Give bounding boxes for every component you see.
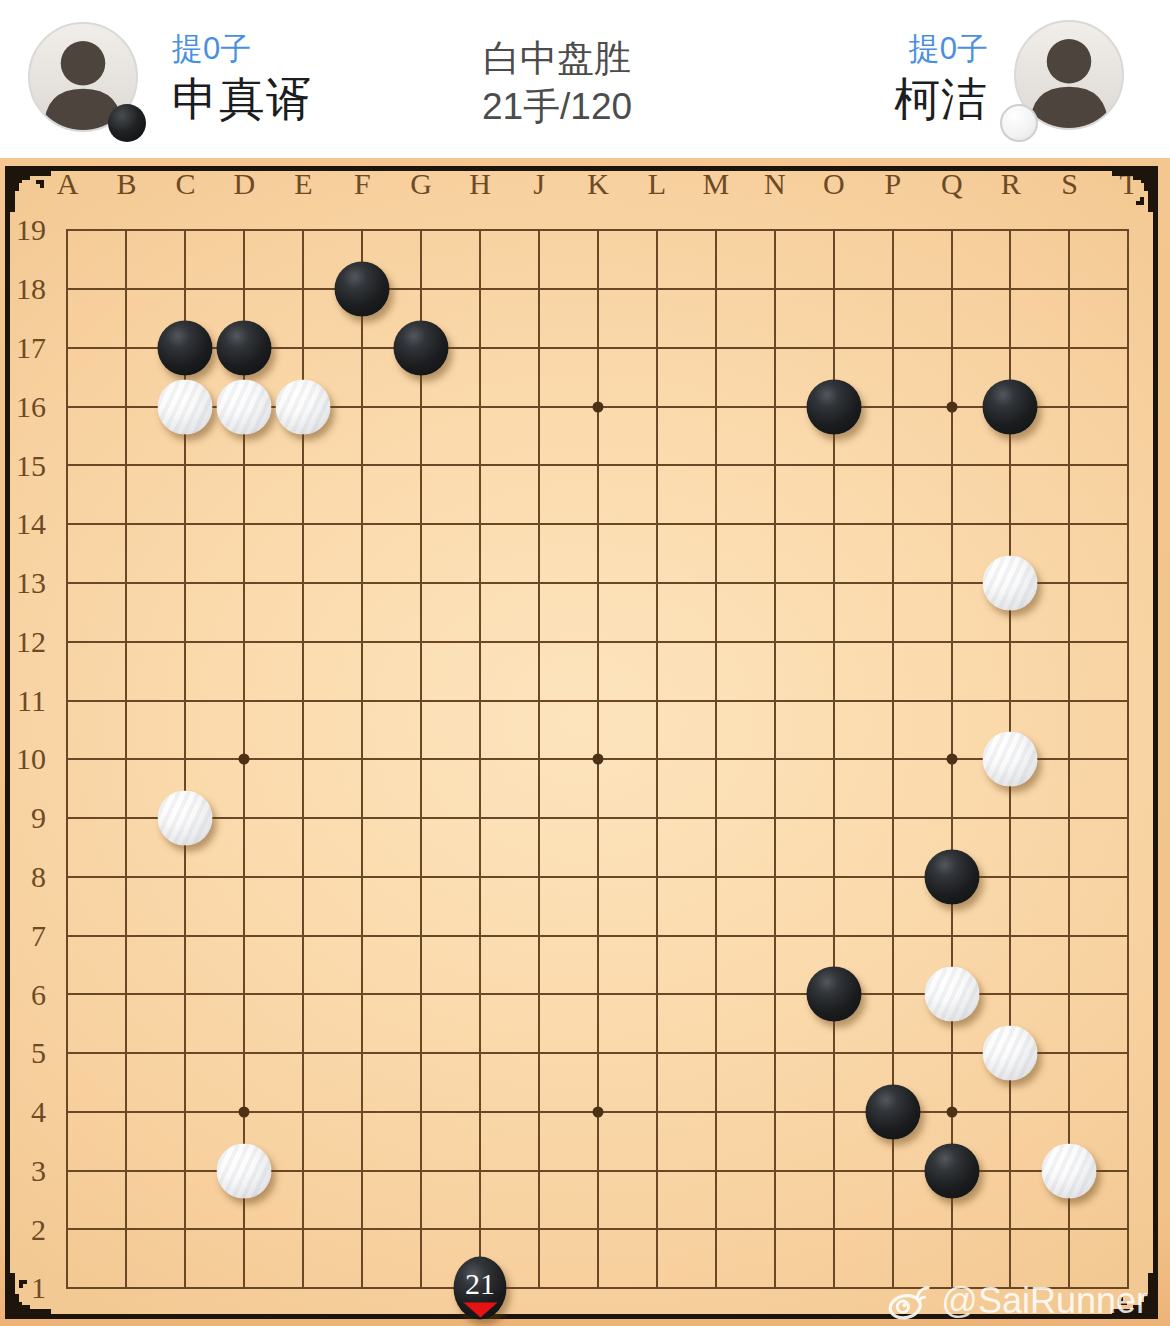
- intersection[interactable]: [1040, 1200, 1099, 1259]
- intersection[interactable]: [568, 260, 627, 319]
- intersection[interactable]: [981, 319, 1040, 378]
- intersection[interactable]: [568, 319, 627, 378]
- intersection[interactable]: [156, 965, 215, 1024]
- intersection[interactable]: [274, 730, 333, 789]
- intersection[interactable]: [1099, 847, 1158, 906]
- intersection[interactable]: [97, 377, 156, 436]
- intersection[interactable]: [863, 495, 922, 554]
- intersection[interactable]: [804, 730, 863, 789]
- intersection[interactable]: [1099, 1024, 1158, 1083]
- intersection[interactable]: [510, 1141, 569, 1200]
- intersection[interactable]: [745, 965, 804, 1024]
- intersection[interactable]: [451, 789, 510, 848]
- intersection[interactable]: [981, 671, 1040, 730]
- intersection[interactable]: [215, 1141, 274, 1200]
- intersection[interactable]: [274, 1200, 333, 1259]
- intersection[interactable]: [627, 554, 686, 613]
- intersection[interactable]: [392, 260, 451, 319]
- intersection[interactable]: [392, 201, 451, 260]
- intersection[interactable]: [686, 1024, 745, 1083]
- intersection[interactable]: [981, 906, 1040, 965]
- intersection[interactable]: [97, 1200, 156, 1259]
- intersection[interactable]: [38, 319, 97, 378]
- intersection[interactable]: [274, 436, 333, 495]
- intersection[interactable]: [215, 201, 274, 260]
- intersection[interactable]: [156, 1082, 215, 1141]
- intersection[interactable]: [156, 612, 215, 671]
- intersection[interactable]: [686, 1141, 745, 1200]
- intersection[interactable]: [451, 1082, 510, 1141]
- intersection[interactable]: [156, 730, 215, 789]
- intersection[interactable]: [745, 730, 804, 789]
- intersection[interactable]: [1040, 1141, 1099, 1200]
- intersection[interactable]: [804, 201, 863, 260]
- intersection[interactable]: [745, 436, 804, 495]
- intersection[interactable]: [627, 671, 686, 730]
- intersection[interactable]: [1040, 730, 1099, 789]
- intersection[interactable]: [686, 436, 745, 495]
- intersection[interactable]: [333, 495, 392, 554]
- intersection[interactable]: [451, 260, 510, 319]
- intersection[interactable]: [627, 847, 686, 906]
- intersection[interactable]: [1099, 671, 1158, 730]
- intersection[interactable]: [451, 377, 510, 436]
- intersection[interactable]: [392, 612, 451, 671]
- intersection[interactable]: [686, 1200, 745, 1259]
- intersection[interactable]: [392, 319, 451, 378]
- intersection[interactable]: [38, 554, 97, 613]
- intersection[interactable]: [156, 554, 215, 613]
- intersection[interactable]: [38, 1024, 97, 1083]
- intersection[interactable]: [922, 377, 981, 436]
- intersection[interactable]: [215, 436, 274, 495]
- intersection[interactable]: [568, 554, 627, 613]
- intersection[interactable]: [215, 671, 274, 730]
- intersection[interactable]: [981, 554, 1040, 613]
- intersection[interactable]: [274, 789, 333, 848]
- intersection[interactable]: [97, 671, 156, 730]
- intersection[interactable]: [627, 436, 686, 495]
- intersection[interactable]: [686, 495, 745, 554]
- intersection[interactable]: [981, 1200, 1040, 1259]
- intersection[interactable]: [686, 965, 745, 1024]
- intersection[interactable]: [568, 671, 627, 730]
- intersection[interactable]: [38, 847, 97, 906]
- intersection[interactable]: [922, 612, 981, 671]
- intersection[interactable]: [568, 1024, 627, 1083]
- intersection[interactable]: [627, 789, 686, 848]
- intersection[interactable]: [981, 1024, 1040, 1083]
- intersection[interactable]: [568, 377, 627, 436]
- intersection[interactable]: [510, 789, 569, 848]
- intersection[interactable]: [627, 201, 686, 260]
- intersection[interactable]: [1099, 1082, 1158, 1141]
- intersection[interactable]: [745, 1200, 804, 1259]
- intersection[interactable]: [215, 906, 274, 965]
- intersection[interactable]: [274, 554, 333, 613]
- intersection[interactable]: [627, 319, 686, 378]
- intersection[interactable]: [392, 554, 451, 613]
- intersection[interactable]: [97, 1024, 156, 1083]
- intersection[interactable]: [863, 612, 922, 671]
- intersection[interactable]: [981, 730, 1040, 789]
- intersection[interactable]: [156, 1141, 215, 1200]
- intersection[interactable]: [156, 1024, 215, 1083]
- intersection[interactable]: [215, 1082, 274, 1141]
- intersection[interactable]: [510, 965, 569, 1024]
- intersection[interactable]: [804, 671, 863, 730]
- intersection[interactable]: [97, 319, 156, 378]
- intersection[interactable]: [333, 1082, 392, 1141]
- intersection[interactable]: [510, 495, 569, 554]
- intersection[interactable]: [333, 730, 392, 789]
- intersection[interactable]: [1040, 847, 1099, 906]
- intersection[interactable]: [333, 1259, 392, 1318]
- intersection[interactable]: [568, 730, 627, 789]
- intersection[interactable]: [568, 906, 627, 965]
- intersection[interactable]: [745, 789, 804, 848]
- intersection[interactable]: [745, 1024, 804, 1083]
- intersection[interactable]: [686, 377, 745, 436]
- intersection[interactable]: [922, 1082, 981, 1141]
- intersection[interactable]: [1099, 436, 1158, 495]
- intersection[interactable]: [981, 260, 1040, 319]
- intersection[interactable]: [451, 906, 510, 965]
- intersection[interactable]: [215, 495, 274, 554]
- intersection[interactable]: [97, 1259, 156, 1318]
- intersection[interactable]: [745, 612, 804, 671]
- intersection[interactable]: [922, 789, 981, 848]
- intersection[interactable]: [215, 1200, 274, 1259]
- intersection[interactable]: [1040, 260, 1099, 319]
- intersection[interactable]: [38, 495, 97, 554]
- intersection[interactable]: [804, 436, 863, 495]
- intersection[interactable]: [627, 612, 686, 671]
- intersection[interactable]: [568, 1141, 627, 1200]
- intersection[interactable]: [686, 789, 745, 848]
- intersection[interactable]: [568, 201, 627, 260]
- intersection[interactable]: [745, 847, 804, 906]
- intersection[interactable]: [156, 260, 215, 319]
- intersection[interactable]: [274, 201, 333, 260]
- intersection[interactable]: [863, 847, 922, 906]
- intersection[interactable]: [745, 1259, 804, 1318]
- intersection[interactable]: [627, 495, 686, 554]
- intersection[interactable]: [333, 1024, 392, 1083]
- intersection[interactable]: [215, 789, 274, 848]
- intersection[interactable]: [922, 436, 981, 495]
- intersection[interactable]: [451, 847, 510, 906]
- intersection[interactable]: [38, 789, 97, 848]
- intersection[interactable]: [392, 789, 451, 848]
- intersection[interactable]: [215, 965, 274, 1024]
- intersection[interactable]: [981, 965, 1040, 1024]
- intersection[interactable]: [686, 671, 745, 730]
- intersection[interactable]: [568, 436, 627, 495]
- intersection[interactable]: [215, 1024, 274, 1083]
- intersection[interactable]: [215, 319, 274, 378]
- intersection[interactable]: [274, 1259, 333, 1318]
- intersection[interactable]: [451, 495, 510, 554]
- intersection[interactable]: [627, 906, 686, 965]
- intersection[interactable]: [38, 1141, 97, 1200]
- intersection[interactable]: [922, 1200, 981, 1259]
- intersection[interactable]: [981, 612, 1040, 671]
- intersection[interactable]: [863, 906, 922, 965]
- intersection[interactable]: [451, 436, 510, 495]
- intersection[interactable]: [745, 906, 804, 965]
- intersection[interactable]: [38, 1200, 97, 1259]
- intersection[interactable]: [333, 965, 392, 1024]
- intersection[interactable]: [392, 1024, 451, 1083]
- intersection[interactable]: [156, 201, 215, 260]
- intersection[interactable]: [333, 377, 392, 436]
- intersection[interactable]: [804, 789, 863, 848]
- intersection[interactable]: [333, 671, 392, 730]
- intersection[interactable]: [97, 436, 156, 495]
- intersection[interactable]: [981, 1082, 1040, 1141]
- intersection[interactable]: [156, 436, 215, 495]
- intersection[interactable]: [333, 906, 392, 965]
- intersection[interactable]: [627, 377, 686, 436]
- intersection[interactable]: [156, 906, 215, 965]
- intersection[interactable]: [97, 730, 156, 789]
- intersection[interactable]: [392, 906, 451, 965]
- intersection[interactable]: [922, 1024, 981, 1083]
- intersection[interactable]: [97, 260, 156, 319]
- intersection[interactable]: [922, 1141, 981, 1200]
- intersection[interactable]: [510, 1082, 569, 1141]
- intersection[interactable]: [686, 906, 745, 965]
- intersection[interactable]: [863, 1200, 922, 1259]
- intersection[interactable]: [568, 1200, 627, 1259]
- intersection[interactable]: [156, 377, 215, 436]
- intersection[interactable]: [804, 1141, 863, 1200]
- intersection[interactable]: [863, 1082, 922, 1141]
- intersection[interactable]: [510, 847, 569, 906]
- intersection[interactable]: [97, 1082, 156, 1141]
- intersection[interactable]: [510, 730, 569, 789]
- intersection[interactable]: [451, 1141, 510, 1200]
- intersection[interactable]: [686, 319, 745, 378]
- intersection[interactable]: [97, 495, 156, 554]
- intersection[interactable]: [274, 965, 333, 1024]
- intersection[interactable]: [1099, 260, 1158, 319]
- intersection[interactable]: [38, 377, 97, 436]
- intersection[interactable]: [1040, 436, 1099, 495]
- intersection[interactable]: [38, 965, 97, 1024]
- intersection[interactable]: [215, 260, 274, 319]
- intersection[interactable]: [451, 612, 510, 671]
- intersection[interactable]: [215, 377, 274, 436]
- intersection[interactable]: [804, 1200, 863, 1259]
- intersection[interactable]: [863, 965, 922, 1024]
- intersection[interactable]: [156, 847, 215, 906]
- intersection[interactable]: [863, 377, 922, 436]
- intersection[interactable]: [1040, 554, 1099, 613]
- intersection[interactable]: [686, 554, 745, 613]
- intersection[interactable]: [1040, 671, 1099, 730]
- intersection[interactable]: [627, 1259, 686, 1318]
- intersection[interactable]: [863, 554, 922, 613]
- intersection[interactable]: [38, 436, 97, 495]
- intersection[interactable]: [510, 612, 569, 671]
- intersection[interactable]: [510, 1024, 569, 1083]
- intersection[interactable]: [745, 671, 804, 730]
- intersection[interactable]: [1040, 319, 1099, 378]
- intersection[interactable]: [392, 1082, 451, 1141]
- intersection[interactable]: [274, 1141, 333, 1200]
- intersection[interactable]: [1040, 495, 1099, 554]
- intersection[interactable]: [451, 319, 510, 378]
- intersection[interactable]: [686, 1082, 745, 1141]
- intersection[interactable]: [451, 671, 510, 730]
- intersection[interactable]: [333, 436, 392, 495]
- intersection[interactable]: [333, 612, 392, 671]
- intersection[interactable]: [922, 260, 981, 319]
- intersection[interactable]: [510, 671, 569, 730]
- intersection[interactable]: [568, 847, 627, 906]
- intersection[interactable]: [804, 1082, 863, 1141]
- intersection[interactable]: [333, 319, 392, 378]
- intersection[interactable]: [274, 847, 333, 906]
- intersection[interactable]: [510, 1259, 569, 1318]
- intersection[interactable]: [510, 436, 569, 495]
- intersection[interactable]: [451, 1024, 510, 1083]
- intersection[interactable]: [1099, 1141, 1158, 1200]
- intersection[interactable]: [392, 377, 451, 436]
- intersection[interactable]: [215, 847, 274, 906]
- intersection[interactable]: [922, 906, 981, 965]
- intersection[interactable]: [38, 612, 97, 671]
- intersection[interactable]: [922, 201, 981, 260]
- intersection[interactable]: [922, 554, 981, 613]
- intersection[interactable]: [97, 554, 156, 613]
- intersection[interactable]: [686, 847, 745, 906]
- intersection[interactable]: [863, 789, 922, 848]
- intersection[interactable]: [274, 377, 333, 436]
- intersection[interactable]: [1099, 965, 1158, 1024]
- intersection[interactable]: [392, 847, 451, 906]
- intersection[interactable]: [686, 730, 745, 789]
- intersection[interactable]: [97, 965, 156, 1024]
- intersection[interactable]: [97, 789, 156, 848]
- intersection[interactable]: [922, 730, 981, 789]
- intersection[interactable]: [333, 789, 392, 848]
- intersection[interactable]: [1040, 612, 1099, 671]
- intersection[interactable]: [981, 847, 1040, 906]
- intersection[interactable]: [215, 1259, 274, 1318]
- intersection[interactable]: [451, 201, 510, 260]
- intersection[interactable]: [274, 612, 333, 671]
- intersection[interactable]: [274, 495, 333, 554]
- intersection[interactable]: [981, 201, 1040, 260]
- intersection[interactable]: [627, 260, 686, 319]
- intersection[interactable]: [627, 1141, 686, 1200]
- intersection[interactable]: [38, 730, 97, 789]
- intersection[interactable]: [1040, 906, 1099, 965]
- intersection[interactable]: [686, 1259, 745, 1318]
- intersection[interactable]: [274, 1082, 333, 1141]
- intersection[interactable]: [922, 847, 981, 906]
- intersection[interactable]: [745, 1141, 804, 1200]
- intersection[interactable]: [745, 1082, 804, 1141]
- intersection[interactable]: [863, 436, 922, 495]
- intersection[interactable]: [97, 201, 156, 260]
- intersection[interactable]: [392, 1259, 451, 1318]
- intersection[interactable]: [97, 1141, 156, 1200]
- intersection[interactable]: [215, 554, 274, 613]
- intersection[interactable]: [1040, 1082, 1099, 1141]
- intersection[interactable]: [510, 201, 569, 260]
- intersection[interactable]: [38, 260, 97, 319]
- intersection[interactable]: [392, 495, 451, 554]
- intersection[interactable]: [274, 319, 333, 378]
- intersection[interactable]: [863, 671, 922, 730]
- intersection[interactable]: [392, 730, 451, 789]
- intersection[interactable]: [451, 1200, 510, 1259]
- intersection[interactable]: [568, 1259, 627, 1318]
- intersection[interactable]: [510, 260, 569, 319]
- intersection[interactable]: [1099, 906, 1158, 965]
- intersection[interactable]: [568, 789, 627, 848]
- intersection[interactable]: [981, 436, 1040, 495]
- intersection[interactable]: [686, 201, 745, 260]
- intersection[interactable]: [1099, 1200, 1158, 1259]
- intersection[interactable]: [392, 436, 451, 495]
- intersection[interactable]: [156, 319, 215, 378]
- intersection[interactable]: [274, 1024, 333, 1083]
- intersection[interactable]: [156, 495, 215, 554]
- intersection[interactable]: [981, 1141, 1040, 1200]
- intersection[interactable]: [1040, 201, 1099, 260]
- intersection[interactable]: [863, 319, 922, 378]
- intersection[interactable]: [627, 1200, 686, 1259]
- intersection[interactable]: [38, 1082, 97, 1141]
- intersection[interactable]: [38, 906, 97, 965]
- intersection[interactable]: [215, 612, 274, 671]
- intersection[interactable]: [274, 260, 333, 319]
- intersection[interactable]: [863, 1024, 922, 1083]
- intersection[interactable]: [333, 554, 392, 613]
- intersection[interactable]: [510, 377, 569, 436]
- intersection[interactable]: [922, 671, 981, 730]
- intersection[interactable]: [215, 730, 274, 789]
- intersection[interactable]: [922, 965, 981, 1024]
- intersection[interactable]: [97, 612, 156, 671]
- intersection[interactable]: [333, 847, 392, 906]
- intersection[interactable]: [804, 377, 863, 436]
- intersection[interactable]: [804, 1259, 863, 1318]
- intersection[interactable]: [804, 965, 863, 1024]
- intersection[interactable]: [510, 319, 569, 378]
- intersection[interactable]: [392, 671, 451, 730]
- intersection[interactable]: [156, 1259, 215, 1318]
- intersection[interactable]: [156, 671, 215, 730]
- intersection[interactable]: [156, 789, 215, 848]
- intersection[interactable]: [804, 906, 863, 965]
- intersection[interactable]: [1099, 495, 1158, 554]
- intersection[interactable]: [804, 612, 863, 671]
- intersection[interactable]: [1040, 965, 1099, 1024]
- intersection[interactable]: [745, 319, 804, 378]
- intersection[interactable]: [1040, 789, 1099, 848]
- intersection[interactable]: [981, 377, 1040, 436]
- intersection[interactable]: [333, 260, 392, 319]
- intersection[interactable]: [333, 1141, 392, 1200]
- intersection[interactable]: [745, 260, 804, 319]
- intersection[interactable]: [804, 1024, 863, 1083]
